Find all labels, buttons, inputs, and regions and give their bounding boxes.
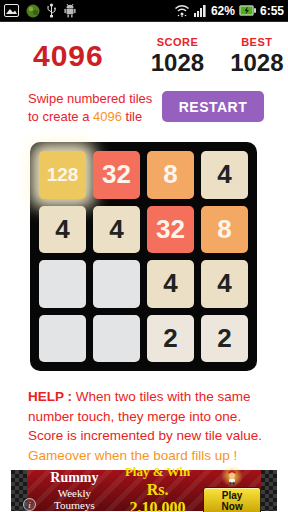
gallery-icon (4, 4, 19, 17)
instructions-text: Swipe numbered tiles to create a 4096 ti… (28, 90, 152, 126)
help-gameover-line: Gameover when the board fills up ! (28, 446, 268, 466)
controls-row: Swipe numbered tiles to create a 4096 ti… (0, 90, 288, 126)
best-box: BEST 1028 (230, 36, 283, 77)
tile-2-r4c4: 2 (201, 315, 248, 363)
battery-icon (239, 5, 256, 16)
wifi-icon (174, 4, 190, 17)
ad-content: Rummy Weekly Tourneys Play & Win Rs. 2,1… (27, 470, 261, 511)
help-text: HELP : When two tiles with the same numb… (28, 387, 268, 465)
score-value: 1028 (151, 49, 204, 77)
best-value: 1028 (230, 49, 283, 77)
signal-icon (194, 4, 207, 17)
empty-cell-r4c1 (39, 315, 86, 363)
tile-2-r4c3: 2 (147, 315, 194, 363)
tile-4-r2c1: 4 (39, 206, 86, 254)
ad-headline: Play & Win (120, 464, 196, 480)
status-left-icons (4, 3, 77, 18)
help-line2: number touch, they merge into one. (28, 407, 268, 427)
status-bar: 62% 6:55 (0, 0, 288, 22)
goal-tile-value: 4096 (93, 109, 122, 124)
tile-128-r1c1: 128 (39, 151, 86, 199)
ad-prize: Rs. 2,10,000 (120, 481, 196, 512)
app-title: 4096 (33, 39, 104, 73)
green-app-icon (26, 4, 40, 18)
instructions-line1: Swipe numbered tiles (28, 90, 152, 108)
ad-subtitle: Weekly Tourneys (39, 487, 110, 511)
ad-brand-block: Rummy Weekly Tourneys (39, 470, 110, 511)
ad-info-icon[interactable]: i (23, 498, 36, 511)
instructions-line2: to create a 4096 tile (28, 108, 152, 126)
empty-cell-r4c2 (93, 315, 140, 363)
battery-percent: 62% (211, 4, 235, 18)
board[interactable]: 1283284443284422 (30, 142, 257, 371)
empty-cell-r3c1 (39, 260, 86, 308)
ad-play-now-button[interactable]: Play Now (203, 487, 261, 512)
android-icon (63, 3, 77, 18)
ad-banner[interactable]: Rummy Weekly Tourneys Play & Win Rs. 2,1… (11, 470, 277, 511)
header: 4096 SCORE 1028 BEST 1028 (0, 30, 288, 82)
tile-4-r2c2: 4 (93, 206, 140, 254)
tile-8-r2c4: 8 (201, 206, 248, 254)
tile-4-r1c4: 4 (201, 151, 248, 199)
ad-offer-block: Play & Win Rs. 2,10,000 (120, 464, 196, 512)
usb-icon (47, 3, 56, 18)
tile-8-r1c3: 8 (147, 151, 194, 199)
ad-cta-block: Play Now (203, 466, 261, 512)
rummy-mascot-icon (220, 466, 244, 486)
restart-button[interactable]: RESTART (162, 91, 264, 122)
empty-cell-r3c2 (93, 260, 140, 308)
score-label: SCORE (151, 36, 204, 48)
help-line3: Score is incremented by new tile value. (28, 426, 268, 446)
tile-32-r2c3: 32 (147, 206, 194, 254)
best-label: BEST (230, 36, 283, 48)
help-line1: HELP : When two tiles with the same (28, 387, 268, 407)
clock-time: 6:55 (260, 4, 284, 18)
tile-4-r3c3: 4 (147, 260, 194, 308)
tile-4-r3c4: 4 (201, 260, 248, 308)
ad-brand: Rummy (39, 470, 110, 486)
tile-32-r1c2: 32 (93, 151, 140, 199)
ad-border-right (261, 470, 277, 511)
score-box: SCORE 1028 (151, 36, 204, 77)
